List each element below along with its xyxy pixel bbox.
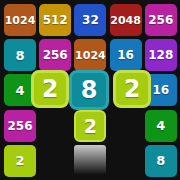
tile-2-big[interactable]: 2 <box>31 70 69 108</box>
launcher-beam <box>74 145 106 180</box>
tile-8[interactable]: 8 <box>4 39 36 71</box>
tile-8[interactable]: 8 <box>145 145 177 177</box>
tile-512[interactable]: 512 <box>39 4 71 36</box>
tile-2[interactable]: 2 <box>4 145 36 177</box>
tile-2-big[interactable]: 2 <box>113 70 151 108</box>
tile-1024[interactable]: 1024 <box>4 4 36 36</box>
tile-256[interactable]: 256 <box>4 110 36 142</box>
tile-16[interactable]: 16 <box>110 39 142 71</box>
tile-1024[interactable]: 1024 <box>74 39 106 71</box>
tile-4[interactable]: 4 <box>145 110 177 142</box>
tile-2-launch[interactable]: 2 <box>74 110 106 142</box>
tile-256[interactable]: 256 <box>39 39 71 71</box>
tile-8-big[interactable]: 8 <box>69 70 109 110</box>
tile-32[interactable]: 32 <box>74 4 106 36</box>
tile-128[interactable]: 128 <box>145 39 177 71</box>
tile-256[interactable]: 256 <box>145 4 177 36</box>
game-board[interactable]: 1024512322048256825610241612841625624282… <box>0 0 180 180</box>
tile-2048[interactable]: 2048 <box>110 4 142 36</box>
